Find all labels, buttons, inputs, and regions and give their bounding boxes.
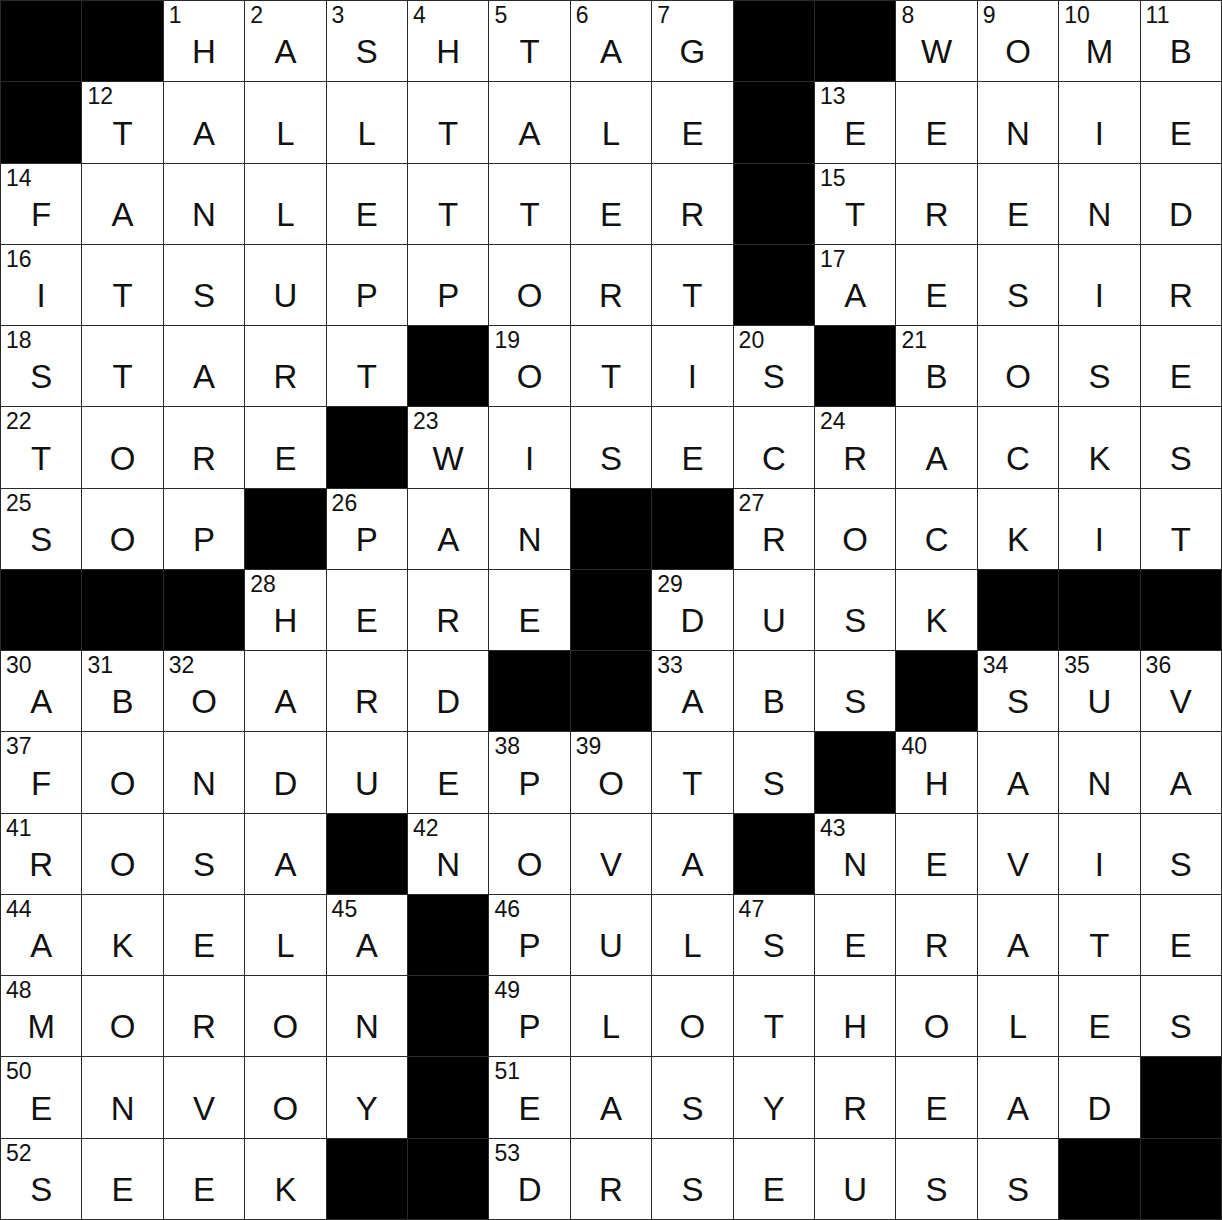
- black-cell: [327, 814, 407, 894]
- cell-letter: P: [193, 523, 215, 569]
- cell-letter: I: [1095, 523, 1104, 569]
- grid-cell[interactable]: S: [1141, 407, 1221, 487]
- grid-cell[interactable]: N: [1059, 732, 1139, 812]
- grid-cell[interactable]: R: [1141, 245, 1221, 325]
- grid-cell[interactable]: U: [327, 732, 407, 812]
- cell-letter: S: [844, 604, 866, 650]
- grid-cell[interactable]: T: [571, 326, 651, 406]
- grid-cell[interactable]: N: [978, 82, 1058, 162]
- grid-cell[interactable]: N: [164, 732, 244, 812]
- cell-letter: K: [1088, 442, 1110, 488]
- clue-number: 15: [820, 165, 846, 191]
- grid-cell[interactable]: P: [408, 245, 488, 325]
- grid-cell[interactable]: O: [82, 814, 162, 894]
- grid-cell[interactable]: P: [164, 489, 244, 569]
- grid-cell[interactable]: C: [896, 489, 976, 569]
- clue-number: 51: [494, 1058, 520, 1084]
- black-cell: [408, 895, 488, 975]
- grid-cell[interactable]: L: [978, 976, 1058, 1056]
- grid-cell[interactable]: I: [1059, 245, 1139, 325]
- grid-cell[interactable]: D: [1141, 164, 1221, 244]
- cell-letter: T: [520, 198, 540, 244]
- grid-cell[interactable]: O: [978, 326, 1058, 406]
- clue-number: 30: [6, 652, 32, 678]
- grid-cell[interactable]: E: [82, 1139, 162, 1219]
- grid-cell[interactable]: D: [245, 732, 325, 812]
- grid-cell[interactable]: 12T: [82, 82, 162, 162]
- grid-cell[interactable]: U: [734, 570, 814, 650]
- grid-cell[interactable]: O: [245, 1057, 325, 1137]
- grid-cell[interactable]: O: [815, 489, 895, 569]
- grid-cell[interactable]: 22T: [1, 407, 81, 487]
- cell-letter: I: [688, 360, 697, 406]
- cell-letter: N: [518, 523, 542, 569]
- cell-letter: I: [1095, 848, 1104, 894]
- grid-cell[interactable]: T: [408, 82, 488, 162]
- grid-cell[interactable]: 33A: [652, 651, 732, 731]
- grid-cell[interactable]: R: [571, 1139, 651, 1219]
- cell-letter: T: [113, 279, 133, 325]
- grid-cell[interactable]: L: [245, 895, 325, 975]
- cell-letter: C: [925, 523, 949, 569]
- cell-letter: F: [31, 198, 51, 244]
- clue-number: 17: [820, 246, 846, 272]
- clue-number: 31: [87, 652, 113, 678]
- grid-cell[interactable]: 10M: [1059, 1, 1139, 81]
- grid-cell[interactable]: I: [489, 407, 569, 487]
- grid-cell[interactable]: T: [652, 732, 732, 812]
- grid-cell[interactable]: O: [82, 732, 162, 812]
- grid-cell[interactable]: 52S: [1, 1139, 81, 1219]
- grid-cell[interactable]: 46P: [489, 895, 569, 975]
- grid-cell[interactable]: E: [164, 895, 244, 975]
- grid-cell[interactable]: L: [245, 82, 325, 162]
- black-cell: [571, 651, 651, 731]
- grid-cell[interactable]: 29D: [652, 570, 732, 650]
- clue-number: 53: [494, 1140, 520, 1166]
- grid-cell[interactable]: H: [815, 976, 895, 1056]
- grid-cell[interactable]: 14F: [1, 164, 81, 244]
- grid-cell[interactable]: O: [245, 976, 325, 1056]
- cell-letter: A: [926, 442, 948, 488]
- grid-cell[interactable]: A: [408, 489, 488, 569]
- grid-cell[interactable]: T: [652, 245, 732, 325]
- grid-cell[interactable]: 26P: [327, 489, 407, 569]
- cell-letter: O: [110, 848, 136, 894]
- cell-letter: A: [274, 848, 296, 894]
- grid-cell[interactable]: I: [652, 326, 732, 406]
- cell-letter: E: [1170, 929, 1192, 975]
- grid-cell[interactable]: Y: [734, 1057, 814, 1137]
- black-cell: [734, 82, 814, 162]
- grid-cell[interactable]: 31B: [82, 651, 162, 731]
- cell-letter: U: [355, 767, 379, 813]
- grid-cell[interactable]: S: [1141, 814, 1221, 894]
- grid-cell[interactable]: 5T: [489, 1, 569, 81]
- grid-cell[interactable]: A: [571, 1057, 651, 1137]
- cell-letter: K: [112, 929, 134, 975]
- clue-number: 40: [901, 733, 927, 759]
- grid-cell[interactable]: 24R: [815, 407, 895, 487]
- grid-cell[interactable]: 34S: [978, 651, 1058, 731]
- grid-cell[interactable]: N: [82, 1057, 162, 1137]
- grid-cell[interactable]: V: [978, 814, 1058, 894]
- grid-cell[interactable]: 23W: [408, 407, 488, 487]
- grid-cell[interactable]: L: [652, 895, 732, 975]
- clue-number: 7: [657, 2, 670, 28]
- grid-cell[interactable]: 48M: [1, 976, 81, 1056]
- grid-cell[interactable]: E: [652, 82, 732, 162]
- cell-letter: D: [1087, 1092, 1111, 1138]
- grid-cell[interactable]: R: [815, 1057, 895, 1137]
- grid-cell[interactable]: U: [571, 895, 651, 975]
- cell-letter: R: [762, 523, 786, 569]
- grid-cell[interactable]: O: [896, 976, 976, 1056]
- cell-letter: E: [356, 604, 378, 650]
- cell-letter: A: [681, 685, 703, 731]
- cell-letter: W: [921, 35, 952, 81]
- cell-letter: T: [438, 198, 458, 244]
- grid-cell[interactable]: E: [164, 1139, 244, 1219]
- grid-cell[interactable]: S: [978, 245, 1058, 325]
- cell-letter: U: [599, 929, 623, 975]
- grid-cell[interactable]: I: [1059, 82, 1139, 162]
- grid-cell[interactable]: R: [245, 326, 325, 406]
- cell-letter: B: [1170, 35, 1192, 81]
- grid-cell[interactable]: C: [978, 407, 1058, 487]
- clue-number: 5: [494, 2, 507, 28]
- grid-cell[interactable]: 35U: [1059, 651, 1139, 731]
- cell-letter: E: [926, 117, 948, 163]
- cell-letter: L: [683, 929, 701, 975]
- clue-number: 4: [413, 2, 426, 28]
- grid-cell[interactable]: 2A: [245, 1, 325, 81]
- grid-cell[interactable]: A: [652, 814, 732, 894]
- grid-cell[interactable]: E: [896, 1057, 976, 1137]
- grid-cell[interactable]: 11B: [1141, 1, 1221, 81]
- grid-cell[interactable]: A: [82, 164, 162, 244]
- cell-letter: A: [600, 1092, 622, 1138]
- grid-cell[interactable]: E: [245, 407, 325, 487]
- black-cell: [1, 1, 81, 81]
- grid-cell[interactable]: I: [1059, 814, 1139, 894]
- clue-number: 3: [332, 2, 345, 28]
- grid-cell[interactable]: R: [896, 164, 976, 244]
- cell-letter: A: [193, 360, 215, 406]
- cell-letter: I: [525, 442, 534, 488]
- grid-cell[interactable]: O: [489, 814, 569, 894]
- clue-number: 46: [494, 896, 520, 922]
- cell-letter: A: [437, 523, 459, 569]
- grid-cell[interactable]: R: [896, 895, 976, 975]
- grid-cell[interactable]: A: [896, 407, 976, 487]
- grid-cell[interactable]: E: [734, 1139, 814, 1219]
- grid-cell[interactable]: A: [245, 651, 325, 731]
- grid-cell[interactable]: 19O: [489, 326, 569, 406]
- grid-cell[interactable]: 45A: [327, 895, 407, 975]
- cell-letter: Y: [356, 1092, 378, 1138]
- grid-cell[interactable]: S: [571, 407, 651, 487]
- grid-cell[interactable]: O: [82, 976, 162, 1056]
- cell-letter: R: [680, 198, 704, 244]
- grid-cell[interactable]: T: [408, 164, 488, 244]
- grid-cell[interactable]: T: [1141, 489, 1221, 569]
- grid-cell[interactable]: E: [1141, 326, 1221, 406]
- clue-number: 14: [6, 165, 32, 191]
- clue-number: 12: [87, 83, 113, 109]
- grid-cell[interactable]: L: [327, 82, 407, 162]
- grid-cell[interactable]: 7G: [652, 1, 732, 81]
- cell-letter: K: [274, 1173, 296, 1219]
- black-cell: [1059, 570, 1139, 650]
- grid-cell[interactable]: R: [327, 651, 407, 731]
- grid-cell[interactable]: O: [82, 407, 162, 487]
- cell-letter: O: [110, 1010, 136, 1056]
- grid-cell[interactable]: S: [652, 1139, 732, 1219]
- grid-cell[interactable]: E: [327, 164, 407, 244]
- grid-cell[interactable]: A: [164, 82, 244, 162]
- black-cell: [82, 570, 162, 650]
- cell-letter: T: [845, 198, 865, 244]
- grid-cell[interactable]: R: [571, 245, 651, 325]
- grid-cell[interactable]: 36V: [1141, 651, 1221, 731]
- clue-number: 1: [169, 2, 182, 28]
- grid-cell[interactable]: R: [408, 570, 488, 650]
- grid-cell[interactable]: 4H: [408, 1, 488, 81]
- grid-cell[interactable]: 51E: [489, 1057, 569, 1137]
- cell-letter: N: [1087, 767, 1111, 813]
- grid-cell[interactable]: O: [82, 489, 162, 569]
- grid-cell[interactable]: Y: [327, 1057, 407, 1137]
- cell-letter: M: [1086, 35, 1114, 81]
- black-cell: [571, 489, 651, 569]
- grid-cell[interactable]: N: [164, 164, 244, 244]
- grid-cell[interactable]: O: [489, 245, 569, 325]
- cell-letter: U: [843, 1173, 867, 1219]
- cell-letter: S: [1170, 1010, 1192, 1056]
- grid-cell[interactable]: 43N: [815, 814, 895, 894]
- grid-cell[interactable]: T: [1059, 895, 1139, 975]
- grid-cell[interactable]: 21B: [896, 326, 976, 406]
- grid-cell[interactable]: S: [164, 814, 244, 894]
- cell-letter: D: [518, 1173, 542, 1219]
- grid-cell[interactable]: E: [571, 164, 651, 244]
- cell-letter: A: [519, 117, 541, 163]
- cell-letter: N: [843, 848, 867, 894]
- grid-cell[interactable]: 17A: [815, 245, 895, 325]
- grid-cell[interactable]: L: [245, 164, 325, 244]
- grid-cell[interactable]: 49P: [489, 976, 569, 1056]
- grid-cell[interactable]: 39O: [571, 732, 651, 812]
- grid-cell[interactable]: U: [245, 245, 325, 325]
- grid-cell[interactable]: 8W: [896, 1, 976, 81]
- cell-letter: E: [437, 767, 459, 813]
- grid-cell[interactable]: S: [734, 732, 814, 812]
- grid-cell[interactable]: 32O: [164, 651, 244, 731]
- cell-letter: R: [192, 1010, 216, 1056]
- grid-cell[interactable]: 41R: [1, 814, 81, 894]
- grid-cell[interactable]: 42N: [408, 814, 488, 894]
- grid-cell[interactable]: E: [1059, 976, 1139, 1056]
- cell-letter: E: [681, 442, 703, 488]
- cell-letter: S: [193, 848, 215, 894]
- cell-letter: H: [925, 767, 949, 813]
- grid-cell[interactable]: 3S: [327, 1, 407, 81]
- cell-letter: H: [436, 35, 460, 81]
- grid-cell[interactable]: E: [408, 732, 488, 812]
- grid-cell[interactable]: A: [489, 82, 569, 162]
- black-cell: [978, 570, 1058, 650]
- grid-cell[interactable]: 38P: [489, 732, 569, 812]
- grid-cell[interactable]: K: [82, 895, 162, 975]
- clue-number: 37: [6, 733, 32, 759]
- grid-cell[interactable]: K: [896, 570, 976, 650]
- clue-number: 49: [494, 977, 520, 1003]
- black-cell: [734, 1, 814, 81]
- grid-cell[interactable]: T: [489, 164, 569, 244]
- cell-letter: C: [1006, 442, 1030, 488]
- cell-letter: O: [110, 442, 136, 488]
- clue-number: 44: [6, 896, 32, 922]
- grid-cell[interactable]: E: [327, 570, 407, 650]
- cell-letter: T: [520, 35, 540, 81]
- grid-cell[interactable]: A: [978, 1057, 1058, 1137]
- grid-cell[interactable]: 47S: [734, 895, 814, 975]
- grid-cell[interactable]: 27R: [734, 489, 814, 569]
- clue-number: 41: [6, 815, 32, 841]
- grid-cell[interactable]: 37F: [1, 732, 81, 812]
- grid-cell[interactable]: T: [82, 326, 162, 406]
- cell-letter: P: [519, 929, 541, 975]
- clue-number: 26: [332, 490, 358, 516]
- cell-letter: E: [274, 442, 296, 488]
- grid-cell[interactable]: R: [164, 976, 244, 1056]
- grid-cell[interactable]: E: [896, 82, 976, 162]
- cell-letter: V: [600, 848, 622, 894]
- grid-cell[interactable]: E: [978, 164, 1058, 244]
- grid-cell[interactable]: P: [327, 245, 407, 325]
- grid-cell[interactable]: A: [164, 326, 244, 406]
- grid-cell[interactable]: 6A: [571, 1, 651, 81]
- grid-cell[interactable]: E: [1141, 895, 1221, 975]
- grid-cell[interactable]: S: [896, 1139, 976, 1219]
- grid-cell[interactable]: N: [489, 489, 569, 569]
- cell-letter: H: [273, 604, 297, 650]
- cell-letter: E: [356, 198, 378, 244]
- grid-cell[interactable]: 53D: [489, 1139, 569, 1219]
- grid-cell[interactable]: E: [652, 407, 732, 487]
- cell-letter: A: [1007, 1092, 1029, 1138]
- clue-number: 22: [6, 408, 32, 434]
- grid-cell[interactable]: A: [245, 814, 325, 894]
- grid-cell[interactable]: V: [164, 1057, 244, 1137]
- grid-cell[interactable]: 30A: [1, 651, 81, 731]
- black-cell: [408, 976, 488, 1056]
- grid-cell[interactable]: A: [978, 895, 1058, 975]
- grid-cell[interactable]: U: [815, 1139, 895, 1219]
- grid-cell[interactable]: A: [1141, 732, 1221, 812]
- clue-number: 50: [6, 1058, 32, 1084]
- grid-cell[interactable]: T: [82, 245, 162, 325]
- grid-cell[interactable]: E: [896, 814, 976, 894]
- cell-letter: C: [762, 442, 786, 488]
- grid-cell[interactable]: S: [815, 651, 895, 731]
- grid-cell[interactable]: N: [327, 976, 407, 1056]
- cell-letter: V: [1170, 685, 1192, 731]
- grid-cell[interactable]: E: [1141, 82, 1221, 162]
- grid-cell[interactable]: R: [652, 164, 732, 244]
- grid-cell[interactable]: 9O: [978, 1, 1058, 81]
- grid-cell[interactable]: D: [408, 651, 488, 731]
- grid-cell[interactable]: S: [652, 1057, 732, 1137]
- grid-cell[interactable]: R: [164, 407, 244, 487]
- cell-letter: M: [27, 1010, 55, 1056]
- grid-cell[interactable]: T: [327, 326, 407, 406]
- cell-letter: E: [519, 1092, 541, 1138]
- grid-cell[interactable]: N: [1059, 164, 1139, 244]
- cell-letter: E: [193, 1173, 215, 1219]
- grid-cell[interactable]: 1H: [164, 1, 244, 81]
- grid-cell[interactable]: O: [652, 976, 732, 1056]
- cell-letter: K: [926, 604, 948, 650]
- grid-cell[interactable]: 25S: [1, 489, 81, 569]
- grid-cell[interactable]: S: [1141, 976, 1221, 1056]
- grid-cell[interactable]: L: [571, 82, 651, 162]
- clue-number: 20: [739, 327, 765, 353]
- grid-cell[interactable]: L: [571, 976, 651, 1056]
- cell-letter: L: [358, 117, 376, 163]
- grid-cell[interactable]: C: [734, 407, 814, 487]
- grid-cell[interactable]: S: [1059, 326, 1139, 406]
- clue-number: 47: [739, 896, 765, 922]
- cell-letter: S: [356, 35, 378, 81]
- grid-cell[interactable]: 16I: [1, 245, 81, 325]
- grid-cell[interactable]: K: [245, 1139, 325, 1219]
- grid-cell[interactable]: V: [571, 814, 651, 894]
- cell-letter: G: [680, 35, 706, 81]
- grid-cell[interactable]: 44A: [1, 895, 81, 975]
- grid-cell[interactable]: 40H: [896, 732, 976, 812]
- grid-cell[interactable]: S: [164, 245, 244, 325]
- cell-letter: A: [356, 929, 378, 975]
- grid-cell[interactable]: K: [1059, 407, 1139, 487]
- grid-cell[interactable]: 28H: [245, 570, 325, 650]
- grid-cell[interactable]: S: [815, 570, 895, 650]
- clue-number: 8: [901, 2, 914, 28]
- grid-cell[interactable]: 13E: [815, 82, 895, 162]
- grid-cell[interactable]: E: [815, 895, 895, 975]
- grid-cell[interactable]: E: [896, 245, 976, 325]
- black-cell: [734, 814, 814, 894]
- grid-cell[interactable]: S: [978, 1139, 1058, 1219]
- grid-cell[interactable]: 20S: [734, 326, 814, 406]
- grid-cell[interactable]: T: [734, 976, 814, 1056]
- grid-cell[interactable]: A: [978, 732, 1058, 812]
- cell-letter: E: [844, 929, 866, 975]
- grid-cell[interactable]: I: [1059, 489, 1139, 569]
- grid-cell[interactable]: 18S: [1, 326, 81, 406]
- cell-letter: R: [1169, 279, 1193, 325]
- grid-cell[interactable]: D: [1059, 1057, 1139, 1137]
- grid-cell[interactable]: 50E: [1, 1057, 81, 1137]
- cell-letter: S: [1170, 848, 1192, 894]
- grid-cell[interactable]: E: [489, 570, 569, 650]
- cell-letter: E: [1170, 360, 1192, 406]
- grid-cell[interactable]: K: [978, 489, 1058, 569]
- cell-letter: E: [844, 117, 866, 163]
- grid-cell[interactable]: B: [734, 651, 814, 731]
- grid-cell[interactable]: 15T: [815, 164, 895, 244]
